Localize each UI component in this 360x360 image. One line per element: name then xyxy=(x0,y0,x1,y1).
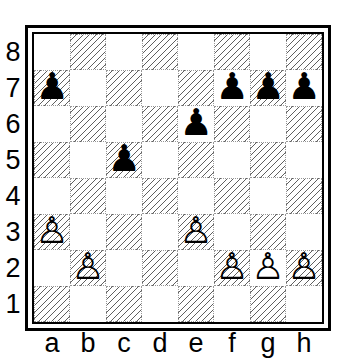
square-g4[interactable] xyxy=(250,178,286,214)
rank-label-5: 5 xyxy=(0,142,26,178)
rank-label-6: 6 xyxy=(0,106,26,142)
square-d4[interactable] xyxy=(142,178,178,214)
white-pawn-h2: ♙ xyxy=(287,249,320,285)
square-h5[interactable] xyxy=(286,142,322,178)
square-f1[interactable] xyxy=(214,286,250,322)
square-d6[interactable] xyxy=(142,106,178,142)
square-a3[interactable]: ♙ xyxy=(34,214,70,250)
square-b6[interactable] xyxy=(70,106,106,142)
square-e1[interactable] xyxy=(178,286,214,322)
square-b8[interactable] xyxy=(70,34,106,70)
square-b7[interactable] xyxy=(70,70,106,106)
board-inner-border: ♟♟♟♟♟♟♙♙♙♙♙♙ xyxy=(32,32,324,324)
file-label-e: e xyxy=(178,328,214,358)
square-g6[interactable] xyxy=(250,106,286,142)
square-h7[interactable]: ♟ xyxy=(286,70,322,106)
square-b1[interactable] xyxy=(70,286,106,322)
board-frame: ♟♟♟♟♟♟♙♙♙♙♙♙ xyxy=(25,25,331,331)
chess-diagram: 87654321 ♟♟♟♟♟♟♙♙♙♙♙♙ abcdefgh xyxy=(0,0,360,360)
square-g5[interactable] xyxy=(250,142,286,178)
square-c7[interactable] xyxy=(106,70,142,106)
square-f2[interactable]: ♙ xyxy=(214,250,250,286)
square-d5[interactable] xyxy=(142,142,178,178)
white-pawn-a3: ♙ xyxy=(35,213,68,249)
square-d8[interactable] xyxy=(142,34,178,70)
square-c8[interactable] xyxy=(106,34,142,70)
square-g2[interactable]: ♙ xyxy=(250,250,286,286)
square-a2[interactable] xyxy=(34,250,70,286)
square-f7[interactable]: ♟ xyxy=(214,70,250,106)
file-label-f: f xyxy=(214,328,250,358)
square-d1[interactable] xyxy=(142,286,178,322)
rank-label-3: 3 xyxy=(0,214,26,250)
square-b2[interactable]: ♙ xyxy=(70,250,106,286)
square-a6[interactable] xyxy=(34,106,70,142)
rank-label-7: 7 xyxy=(0,70,26,106)
file-labels: abcdefgh xyxy=(34,328,322,358)
file-label-c: c xyxy=(106,328,142,358)
square-c3[interactable] xyxy=(106,214,142,250)
square-g7[interactable]: ♟ xyxy=(250,70,286,106)
square-c4[interactable] xyxy=(106,178,142,214)
square-e6[interactable]: ♟ xyxy=(178,106,214,142)
white-pawn-e3: ♙ xyxy=(179,213,212,249)
white-pawn-f2: ♙ xyxy=(215,249,248,285)
rank-labels: 87654321 xyxy=(0,34,26,322)
square-b5[interactable] xyxy=(70,142,106,178)
rank-label-1: 1 xyxy=(0,286,26,322)
black-pawn-c5: ♟ xyxy=(107,141,140,177)
chess-board: ♟♟♟♟♟♟♙♙♙♙♙♙ xyxy=(34,34,322,322)
square-f4[interactable] xyxy=(214,178,250,214)
square-e5[interactable] xyxy=(178,142,214,178)
square-d7[interactable] xyxy=(142,70,178,106)
rank-label-4: 4 xyxy=(0,178,26,214)
black-pawn-g7: ♟ xyxy=(251,69,284,105)
square-e2[interactable] xyxy=(178,250,214,286)
square-d2[interactable] xyxy=(142,250,178,286)
square-d3[interactable] xyxy=(142,214,178,250)
file-label-h: h xyxy=(286,328,322,358)
square-h1[interactable] xyxy=(286,286,322,322)
white-pawn-b2: ♙ xyxy=(71,249,104,285)
black-pawn-a7: ♟ xyxy=(35,69,68,105)
black-pawn-h7: ♟ xyxy=(287,69,320,105)
square-h4[interactable] xyxy=(286,178,322,214)
square-e8[interactable] xyxy=(178,34,214,70)
rank-label-8: 8 xyxy=(0,34,26,70)
square-h6[interactable] xyxy=(286,106,322,142)
square-a7[interactable]: ♟ xyxy=(34,70,70,106)
square-e3[interactable]: ♙ xyxy=(178,214,214,250)
black-pawn-f7: ♟ xyxy=(215,69,248,105)
black-pawn-e6: ♟ xyxy=(179,105,212,141)
file-label-d: d xyxy=(142,328,178,358)
square-c1[interactable] xyxy=(106,286,142,322)
file-label-b: b xyxy=(70,328,106,358)
file-label-a: a xyxy=(34,328,70,358)
square-f6[interactable] xyxy=(214,106,250,142)
square-c5[interactable]: ♟ xyxy=(106,142,142,178)
white-pawn-g2: ♙ xyxy=(251,249,284,285)
square-h2[interactable]: ♙ xyxy=(286,250,322,286)
square-g1[interactable] xyxy=(250,286,286,322)
square-f5[interactable] xyxy=(214,142,250,178)
square-b4[interactable] xyxy=(70,178,106,214)
rank-label-2: 2 xyxy=(0,250,26,286)
square-a1[interactable] xyxy=(34,286,70,322)
square-c2[interactable] xyxy=(106,250,142,286)
square-a5[interactable] xyxy=(34,142,70,178)
file-label-g: g xyxy=(250,328,286,358)
